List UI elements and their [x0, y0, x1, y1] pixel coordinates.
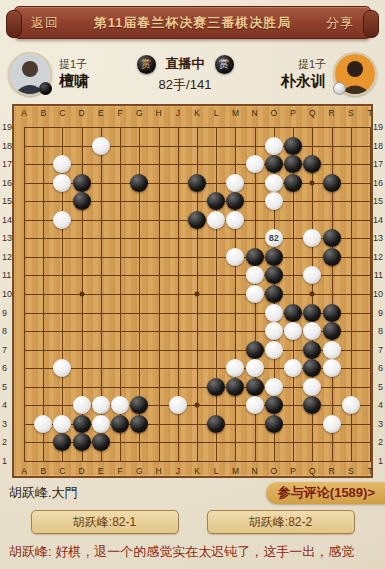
column-label-bottom: O: [271, 466, 278, 476]
stone-black: [323, 229, 341, 247]
star-point: [310, 180, 315, 185]
stone-white: [246, 285, 264, 303]
stone-black: [111, 415, 129, 433]
stone-white: [169, 396, 187, 414]
white-captures: 提1子: [281, 58, 326, 72]
page-title: 第11届春兰杯决赛三番棋决胜局: [94, 14, 292, 32]
stone-white: [246, 155, 264, 173]
row-label-right: 16: [373, 178, 383, 188]
variation-buttons: 胡跃峰:82-1 胡跃峰:82-2: [0, 506, 385, 538]
white-stone-badge: [333, 82, 346, 95]
row-label-left: 1: [2, 456, 7, 466]
top-bar: 返回 第11届春兰杯决赛三番棋决胜局 分享: [0, 0, 385, 44]
go-board[interactable]: AABBCCDDEEFFGGHHJJKKLLMMNNOOPPQQRRSSTT19…: [0, 104, 385, 480]
stone-white: [342, 396, 360, 414]
column-label-top: B: [40, 108, 46, 118]
stone-white: [303, 229, 321, 247]
column-label-bottom: H: [155, 466, 161, 476]
stone-black: [73, 192, 91, 210]
player-bar: 提1子 檀啸 赏 直播中 赏 82手/141 提1子 朴永训: [0, 44, 385, 104]
stone-black: [303, 396, 321, 414]
column-label-bottom: K: [194, 466, 200, 476]
column-label-top: D: [79, 108, 85, 118]
stone-white: [34, 415, 52, 433]
stone-white: [265, 341, 283, 359]
star-point: [195, 292, 200, 297]
variation-button-2[interactable]: 胡跃峰:82-2: [207, 510, 355, 534]
row-label-left: 2: [2, 437, 7, 447]
column-label-top: H: [155, 108, 161, 118]
column-label-top: J: [176, 108, 180, 118]
column-label-bottom: C: [59, 466, 65, 476]
star-point: [195, 403, 200, 408]
stone-black: [323, 322, 341, 340]
reward-black-icon[interactable]: 赏: [137, 55, 156, 74]
stone-white: [265, 174, 283, 192]
stone-white: [111, 396, 129, 414]
stone-black: [207, 415, 225, 433]
row-label-left: 17: [2, 159, 12, 169]
row-label-left: 13: [2, 233, 12, 243]
reward-white-icon[interactable]: 赏: [215, 55, 234, 74]
row-label-left: 9: [2, 308, 7, 318]
commentator-line: 胡跃峰.大門: [9, 484, 78, 502]
row-label-left: 12: [2, 252, 12, 262]
last-move-stone: 82: [265, 229, 283, 247]
comment-row: 胡跃峰.大門 参与评论(1589)>: [0, 480, 385, 506]
stone-black: [246, 378, 264, 396]
grid-hline: [24, 461, 371, 462]
stone-black: [303, 155, 321, 173]
move-counter: 82手/141: [159, 76, 212, 94]
stone-white: [53, 155, 71, 173]
row-label-right: 3: [378, 419, 383, 429]
column-label-bottom: N: [252, 466, 258, 476]
stone-white: [246, 266, 264, 284]
stone-white: [73, 396, 91, 414]
stone-black: [73, 174, 91, 192]
title-banner: 返回 第11届春兰杯决赛三番棋决胜局 分享: [14, 6, 371, 39]
stone-white: [265, 304, 283, 322]
black-captures: 提1子: [59, 58, 89, 72]
stone-black: [246, 248, 264, 266]
stone-black: [265, 415, 283, 433]
stone-white: [226, 359, 244, 377]
row-label-left: 7: [2, 345, 7, 355]
row-label-right: 12: [373, 252, 383, 262]
stone-white: [265, 378, 283, 396]
stone-black: [303, 341, 321, 359]
stone-white: [53, 211, 71, 229]
stone-black: [246, 341, 264, 359]
stone-white: [92, 415, 110, 433]
column-label-bottom: G: [136, 466, 143, 476]
row-label-right: 9: [378, 308, 383, 318]
stone-black: [226, 192, 244, 210]
column-label-bottom: A: [21, 466, 27, 476]
column-label-top: Q: [309, 108, 316, 118]
stone-black: [130, 174, 148, 192]
stone-black: [188, 174, 206, 192]
stone-black: [207, 192, 225, 210]
stone-white: [246, 359, 264, 377]
white-player-name: 朴永训: [281, 72, 326, 91]
stone-white: [284, 359, 302, 377]
stone-white: [207, 211, 225, 229]
row-label-left: 4: [2, 400, 7, 410]
column-label-bottom: M: [232, 466, 239, 476]
column-label-bottom: S: [348, 466, 354, 476]
row-label-right: 1: [378, 456, 383, 466]
column-label-top: C: [59, 108, 65, 118]
row-label-left: 19: [2, 122, 12, 132]
stone-black: [323, 248, 341, 266]
black-player-avatar[interactable]: [8, 52, 52, 96]
row-label-left: 6: [2, 363, 7, 373]
stone-white: [246, 396, 264, 414]
white-player-avatar[interactable]: [333, 52, 377, 96]
row-label-right: 18: [373, 141, 383, 151]
row-label-right: 5: [378, 382, 383, 392]
stone-white: [226, 211, 244, 229]
column-label-top: P: [290, 108, 296, 118]
stone-white: [323, 415, 341, 433]
go-broadcast-app: 返回 第11届春兰杯决赛三番棋决胜局 分享 提1子 檀啸 赏 直播中 赏 82手…: [0, 0, 385, 569]
white-player-info: 提1子 朴永训: [281, 58, 326, 91]
stone-white: [284, 322, 302, 340]
join-comments-button[interactable]: 参与评论(1589)>: [266, 482, 385, 504]
live-status: 直播中: [166, 55, 205, 73]
column-label-top: R: [328, 108, 334, 118]
stone-black: [265, 248, 283, 266]
stone-black: [207, 378, 225, 396]
back-button[interactable]: 返回: [31, 14, 59, 32]
row-label-right: 6: [378, 363, 383, 373]
stone-black: [323, 174, 341, 192]
black-player-name: 檀啸: [59, 72, 89, 91]
column-label-bottom: R: [328, 466, 334, 476]
stone-black: [226, 378, 244, 396]
stone-black: [303, 304, 321, 322]
row-label-right: 11: [374, 270, 383, 280]
stone-white: [92, 396, 110, 414]
stone-white: [53, 174, 71, 192]
row-label-left: 11: [2, 270, 11, 280]
row-label-right: 7: [378, 345, 383, 355]
stone-white: [265, 192, 283, 210]
row-label-right: 15: [373, 196, 383, 206]
row-label-left: 18: [2, 141, 12, 151]
row-label-left: 3: [2, 419, 7, 429]
column-label-top: S: [348, 108, 354, 118]
stone-black: [53, 433, 71, 451]
column-label-top: G: [136, 108, 143, 118]
column-label-top: K: [194, 108, 200, 118]
column-label-bottom: J: [176, 466, 180, 476]
stone-white: [53, 415, 71, 433]
column-label-bottom: Q: [309, 466, 316, 476]
stone-white: [303, 322, 321, 340]
row-label-right: 8: [378, 326, 383, 336]
stone-black: [265, 155, 283, 173]
row-label-left: 15: [2, 196, 12, 206]
variation-button-1[interactable]: 胡跃峰:82-1: [31, 510, 179, 534]
column-label-bottom: E: [98, 466, 104, 476]
stone-black: [130, 415, 148, 433]
row-label-right: 19: [373, 122, 383, 132]
column-label-bottom: L: [214, 466, 219, 476]
stone-black: [303, 359, 321, 377]
last-move-number: 82: [269, 233, 279, 243]
commentary-text: 胡跃峰: 好棋，退一个的感觉实在太迟钝了，这手一出，感觉: [0, 538, 385, 561]
column-label-top: L: [214, 108, 219, 118]
column-label-top: E: [98, 108, 104, 118]
stone-black: [188, 211, 206, 229]
column-label-bottom: T: [367, 466, 372, 476]
stone-black: [73, 415, 91, 433]
star-point: [310, 292, 315, 297]
column-label-top: T: [367, 108, 372, 118]
column-label-bottom: D: [79, 466, 85, 476]
stone-black: [265, 266, 283, 284]
stone-black: [284, 137, 302, 155]
stone-black: [130, 396, 148, 414]
row-label-right: 14: [373, 215, 383, 225]
stone-white: [323, 341, 341, 359]
broadcast-info: 赏 直播中 赏 82手/141: [96, 55, 274, 94]
row-label-left: 5: [2, 382, 7, 392]
column-label-bottom: B: [40, 466, 46, 476]
black-stone-badge: [39, 82, 52, 95]
grid-vline: [216, 127, 217, 462]
stone-black: [284, 304, 302, 322]
stone-black: [73, 433, 91, 451]
column-label-bottom: F: [118, 466, 123, 476]
stone-white: [265, 322, 283, 340]
stone-white: [226, 174, 244, 192]
row-label-left: 14: [2, 215, 12, 225]
column-label-bottom: P: [290, 466, 296, 476]
row-label-left: 8: [2, 326, 7, 336]
row-label-right: 17: [373, 159, 383, 169]
stone-white: [92, 137, 110, 155]
row-label-right: 2: [378, 437, 383, 447]
column-label-top: O: [271, 108, 278, 118]
row-label-right: 10: [373, 289, 383, 299]
stone-black: [265, 285, 283, 303]
column-label-top: F: [118, 108, 123, 118]
star-point: [79, 292, 84, 297]
row-label-right: 13: [373, 233, 383, 243]
stone-white: [226, 248, 244, 266]
stone-black: [284, 155, 302, 173]
black-player-info: 提1子 檀啸: [59, 58, 89, 91]
stone-black: [284, 174, 302, 192]
column-label-top: M: [232, 108, 239, 118]
stone-white: [303, 266, 321, 284]
share-button[interactable]: 分享: [326, 14, 354, 32]
stone-white: [303, 378, 321, 396]
stone-black: [92, 433, 110, 451]
column-label-top: A: [21, 108, 27, 118]
row-label-right: 4: [378, 400, 383, 410]
stone-white: [265, 137, 283, 155]
stone-black: [265, 396, 283, 414]
stone-black: [323, 304, 341, 322]
column-label-top: N: [252, 108, 258, 118]
grid-vline: [370, 127, 371, 462]
stone-white: [323, 359, 341, 377]
stone-white: [53, 359, 71, 377]
row-label-left: 16: [2, 178, 12, 188]
row-label-left: 10: [2, 289, 12, 299]
